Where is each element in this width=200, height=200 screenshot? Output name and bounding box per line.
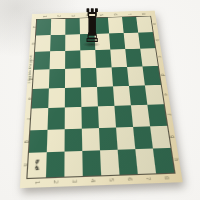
chess-grid: ♞♞ bbox=[27, 16, 174, 178]
square-g3 bbox=[65, 128, 83, 152]
brand-logo-glyph: ♞ bbox=[34, 159, 41, 165]
square-c6 bbox=[110, 49, 127, 67]
square-e3 bbox=[65, 87, 82, 108]
square-g8 bbox=[150, 126, 170, 149]
square-b1 bbox=[35, 35, 51, 52]
square-e5 bbox=[97, 86, 114, 106]
square-a6 bbox=[108, 17, 124, 33]
square-b2 bbox=[50, 34, 65, 51]
square-d8 bbox=[142, 66, 160, 85]
square-h1: ♞♞ bbox=[27, 153, 46, 178]
square-a8 bbox=[136, 16, 152, 32]
square-d1 bbox=[33, 69, 50, 88]
square-g2 bbox=[47, 129, 65, 153]
square-b6 bbox=[109, 33, 125, 50]
square-e2 bbox=[48, 88, 65, 109]
square-e1 bbox=[32, 88, 49, 109]
square-d5 bbox=[96, 67, 113, 86]
square-e4 bbox=[81, 87, 98, 108]
square-e8 bbox=[145, 84, 164, 104]
black-rook: ♜ bbox=[84, 6, 101, 46]
square-c1 bbox=[34, 52, 50, 70]
square-d4 bbox=[81, 68, 97, 87]
square-c2 bbox=[50, 51, 66, 69]
square-d3 bbox=[65, 68, 81, 87]
square-d2 bbox=[49, 69, 65, 88]
square-f5 bbox=[98, 106, 116, 128]
square-f8 bbox=[147, 104, 167, 126]
square-f4 bbox=[81, 106, 99, 128]
square-e6 bbox=[113, 85, 131, 105]
square-a3 bbox=[65, 18, 80, 34]
square-h4 bbox=[82, 151, 101, 176]
square-b8 bbox=[138, 32, 155, 49]
brand-logo: ♞♞ bbox=[27, 153, 46, 178]
square-f3 bbox=[65, 107, 82, 129]
square-h8 bbox=[153, 148, 174, 173]
square-a2 bbox=[51, 19, 66, 35]
square-f2 bbox=[48, 108, 65, 130]
square-g4 bbox=[82, 128, 100, 152]
chessboard-mat: 12345678 12345678 abcdefgh abcdefgh (ill… bbox=[20, 11, 183, 189]
square-h5 bbox=[100, 150, 119, 175]
square-g5 bbox=[99, 127, 118, 150]
square-c3 bbox=[65, 51, 81, 69]
square-h2 bbox=[46, 152, 65, 177]
square-d6 bbox=[112, 67, 129, 86]
square-f1 bbox=[30, 108, 48, 130]
photo-background: 12345678 12345678 abcdefgh abcdefgh (ill… bbox=[0, 0, 200, 200]
square-a1 bbox=[36, 19, 51, 35]
square-b3 bbox=[65, 34, 80, 51]
square-c8 bbox=[140, 48, 158, 66]
square-g1 bbox=[29, 130, 48, 154]
square-h3 bbox=[64, 151, 82, 176]
